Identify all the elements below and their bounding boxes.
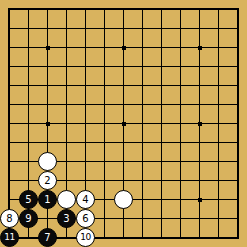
stone-white-2[interactable]: 2 [38,171,57,190]
stone-white-c4r11[interactable] [57,190,76,209]
stone-black-7[interactable]: 7 [38,228,57,247]
stone-black-1[interactable]: 1 [38,190,57,209]
board-margin-top [0,0,247,8]
board-margin-bottom [0,239,247,247]
stone-black-11[interactable]: 11 [0,228,19,247]
stone-black-9[interactable]: 9 [19,209,38,228]
stone-white-c3r9[interactable] [38,152,57,171]
stone-black-3[interactable]: 3 [57,209,76,228]
stone-white-4[interactable]: 4 [76,190,95,209]
stone-black-5[interactable]: 5 [19,190,38,209]
board-margin-right [239,0,247,247]
stone-white-c7r11[interactable] [114,190,133,209]
stone-white-8[interactable]: 8 [0,209,19,228]
go-board: 2514893611710 [0,0,247,247]
stone-white-10[interactable]: 10 [76,228,95,247]
stone-white-6[interactable]: 6 [76,209,95,228]
